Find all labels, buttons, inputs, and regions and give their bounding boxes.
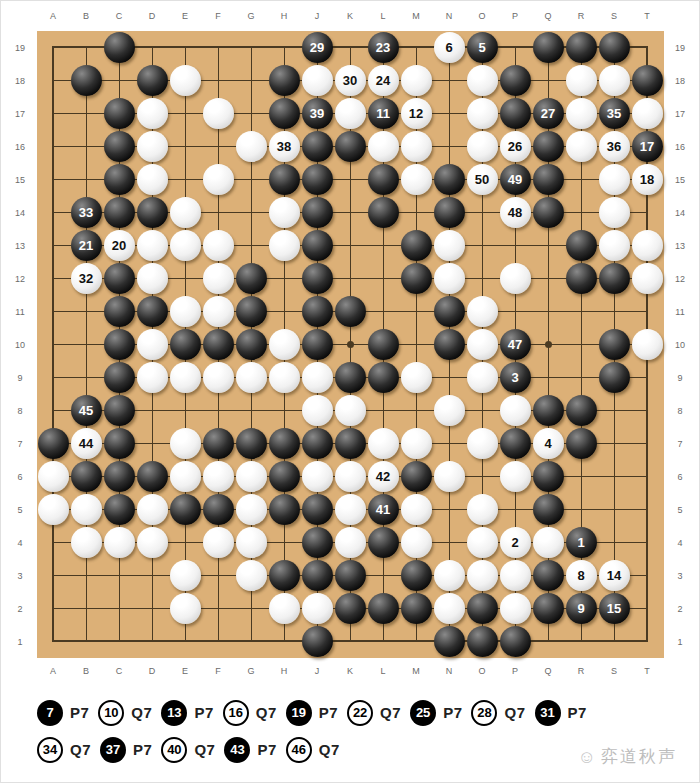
intersection-A16[interactable]: [37, 130, 70, 163]
intersection-R2[interactable]: 9: [565, 592, 598, 625]
intersection-L6[interactable]: 42: [367, 460, 400, 493]
intersection-S17[interactable]: 35: [598, 97, 631, 130]
intersection-S10[interactable]: [598, 328, 631, 361]
intersection-P11[interactable]: [499, 295, 532, 328]
intersection-T10[interactable]: [631, 328, 664, 361]
intersection-D19[interactable]: [136, 31, 169, 64]
intersection-K3[interactable]: [334, 559, 367, 592]
intersection-T5[interactable]: [631, 493, 664, 526]
intersection-H11[interactable]: [268, 295, 301, 328]
intersection-M5[interactable]: [400, 493, 433, 526]
intersection-D2[interactable]: [136, 592, 169, 625]
intersection-A14[interactable]: [37, 196, 70, 229]
intersection-G2[interactable]: [235, 592, 268, 625]
intersection-G13[interactable]: [235, 229, 268, 262]
intersection-S7[interactable]: [598, 427, 631, 460]
intersection-T13[interactable]: [631, 229, 664, 262]
intersection-J1[interactable]: [301, 625, 334, 658]
intersection-J17[interactable]: 39: [301, 97, 334, 130]
intersection-N8[interactable]: [433, 394, 466, 427]
intersection-B6[interactable]: [70, 460, 103, 493]
intersection-H7[interactable]: [268, 427, 301, 460]
intersection-L19[interactable]: 23: [367, 31, 400, 64]
intersection-D1[interactable]: [136, 625, 169, 658]
intersection-T3[interactable]: [631, 559, 664, 592]
intersection-C19[interactable]: [103, 31, 136, 64]
intersection-E17[interactable]: [169, 97, 202, 130]
intersection-D18[interactable]: [136, 64, 169, 97]
intersection-F17[interactable]: [202, 97, 235, 130]
intersection-J13[interactable]: [301, 229, 334, 262]
intersection-D5[interactable]: [136, 493, 169, 526]
intersection-E14[interactable]: [169, 196, 202, 229]
intersection-R16[interactable]: [565, 130, 598, 163]
intersection-N5[interactable]: [433, 493, 466, 526]
intersection-P9[interactable]: 3: [499, 361, 532, 394]
intersection-J9[interactable]: [301, 361, 334, 394]
intersection-N19[interactable]: 6: [433, 31, 466, 64]
intersection-A19[interactable]: [37, 31, 70, 64]
intersection-D17[interactable]: [136, 97, 169, 130]
intersection-R13[interactable]: [565, 229, 598, 262]
intersection-T11[interactable]: [631, 295, 664, 328]
intersection-Q1[interactable]: [532, 625, 565, 658]
intersection-O7[interactable]: [466, 427, 499, 460]
intersection-P15[interactable]: 49: [499, 163, 532, 196]
intersection-J3[interactable]: [301, 559, 334, 592]
intersection-N16[interactable]: [433, 130, 466, 163]
intersection-T7[interactable]: [631, 427, 664, 460]
intersection-M1[interactable]: [400, 625, 433, 658]
intersection-Q11[interactable]: [532, 295, 565, 328]
intersection-N13[interactable]: [433, 229, 466, 262]
intersection-Q12[interactable]: [532, 262, 565, 295]
intersection-J15[interactable]: [301, 163, 334, 196]
intersection-H17[interactable]: [268, 97, 301, 130]
intersection-P14[interactable]: 48: [499, 196, 532, 229]
intersection-H18[interactable]: [268, 64, 301, 97]
intersection-E9[interactable]: [169, 361, 202, 394]
intersection-F2[interactable]: [202, 592, 235, 625]
intersection-S15[interactable]: [598, 163, 631, 196]
intersection-K13[interactable]: [334, 229, 367, 262]
intersection-B14[interactable]: 33: [70, 196, 103, 229]
intersection-L18[interactable]: 24: [367, 64, 400, 97]
intersection-T1[interactable]: [631, 625, 664, 658]
intersection-J2[interactable]: [301, 592, 334, 625]
intersection-C7[interactable]: [103, 427, 136, 460]
intersection-Q15[interactable]: [532, 163, 565, 196]
intersection-E16[interactable]: [169, 130, 202, 163]
intersection-R8[interactable]: [565, 394, 598, 427]
intersection-E15[interactable]: [169, 163, 202, 196]
intersection-A12[interactable]: [37, 262, 70, 295]
intersection-F6[interactable]: [202, 460, 235, 493]
intersection-F4[interactable]: [202, 526, 235, 559]
intersection-A13[interactable]: [37, 229, 70, 262]
intersection-J4[interactable]: [301, 526, 334, 559]
intersection-L14[interactable]: [367, 196, 400, 229]
intersection-D10[interactable]: [136, 328, 169, 361]
intersection-M9[interactable]: [400, 361, 433, 394]
intersection-B19[interactable]: [70, 31, 103, 64]
intersection-R18[interactable]: [565, 64, 598, 97]
intersection-C13[interactable]: 20: [103, 229, 136, 262]
intersection-O11[interactable]: [466, 295, 499, 328]
intersection-H1[interactable]: [268, 625, 301, 658]
intersection-G15[interactable]: [235, 163, 268, 196]
intersection-G1[interactable]: [235, 625, 268, 658]
intersection-K14[interactable]: [334, 196, 367, 229]
intersection-J5[interactable]: [301, 493, 334, 526]
intersection-R14[interactable]: [565, 196, 598, 229]
intersection-Q13[interactable]: [532, 229, 565, 262]
intersection-H12[interactable]: [268, 262, 301, 295]
intersection-K10[interactable]: [334, 328, 367, 361]
intersection-A6[interactable]: [37, 460, 70, 493]
intersection-O4[interactable]: [466, 526, 499, 559]
intersection-L9[interactable]: [367, 361, 400, 394]
intersection-O18[interactable]: [466, 64, 499, 97]
intersection-H5[interactable]: [268, 493, 301, 526]
intersection-C17[interactable]: [103, 97, 136, 130]
intersection-N3[interactable]: [433, 559, 466, 592]
intersection-G14[interactable]: [235, 196, 268, 229]
intersection-O1[interactable]: [466, 625, 499, 658]
intersection-O2[interactable]: [466, 592, 499, 625]
intersection-M7[interactable]: [400, 427, 433, 460]
intersection-K9[interactable]: [334, 361, 367, 394]
intersection-O16[interactable]: [466, 130, 499, 163]
intersection-T4[interactable]: [631, 526, 664, 559]
intersection-K11[interactable]: [334, 295, 367, 328]
intersection-A5[interactable]: [37, 493, 70, 526]
intersection-T12[interactable]: [631, 262, 664, 295]
intersection-M13[interactable]: [400, 229, 433, 262]
intersection-E6[interactable]: [169, 460, 202, 493]
intersection-H16[interactable]: 38: [268, 130, 301, 163]
intersection-N18[interactable]: [433, 64, 466, 97]
intersection-E7[interactable]: [169, 427, 202, 460]
intersection-R10[interactable]: [565, 328, 598, 361]
intersection-G4[interactable]: [235, 526, 268, 559]
intersection-L12[interactable]: [367, 262, 400, 295]
intersection-G9[interactable]: [235, 361, 268, 394]
intersection-R11[interactable]: [565, 295, 598, 328]
intersection-T15[interactable]: 18: [631, 163, 664, 196]
intersection-O17[interactable]: [466, 97, 499, 130]
intersection-A3[interactable]: [37, 559, 70, 592]
intersection-O19[interactable]: 5: [466, 31, 499, 64]
intersection-M4[interactable]: [400, 526, 433, 559]
intersection-E11[interactable]: [169, 295, 202, 328]
intersection-D14[interactable]: [136, 196, 169, 229]
intersection-N11[interactable]: [433, 295, 466, 328]
intersection-D3[interactable]: [136, 559, 169, 592]
intersection-P6[interactable]: [499, 460, 532, 493]
intersection-G19[interactable]: [235, 31, 268, 64]
intersection-G16[interactable]: [235, 130, 268, 163]
intersection-B5[interactable]: [70, 493, 103, 526]
intersection-O3[interactable]: [466, 559, 499, 592]
intersection-H13[interactable]: [268, 229, 301, 262]
intersection-E18[interactable]: [169, 64, 202, 97]
intersection-P18[interactable]: [499, 64, 532, 97]
intersection-S18[interactable]: [598, 64, 631, 97]
intersection-G6[interactable]: [235, 460, 268, 493]
intersection-Q10[interactable]: [532, 328, 565, 361]
intersection-C6[interactable]: [103, 460, 136, 493]
intersection-T19[interactable]: [631, 31, 664, 64]
intersection-E19[interactable]: [169, 31, 202, 64]
intersection-N1[interactable]: [433, 625, 466, 658]
intersection-Q3[interactable]: [532, 559, 565, 592]
intersection-Q7[interactable]: 4: [532, 427, 565, 460]
intersection-K16[interactable]: [334, 130, 367, 163]
intersection-L2[interactable]: [367, 592, 400, 625]
intersection-Q6[interactable]: [532, 460, 565, 493]
intersection-B15[interactable]: [70, 163, 103, 196]
intersection-O12[interactable]: [466, 262, 499, 295]
intersection-N2[interactable]: [433, 592, 466, 625]
intersection-O6[interactable]: [466, 460, 499, 493]
intersection-S19[interactable]: [598, 31, 631, 64]
intersection-S9[interactable]: [598, 361, 631, 394]
intersection-G7[interactable]: [235, 427, 268, 460]
intersection-N12[interactable]: [433, 262, 466, 295]
intersection-N4[interactable]: [433, 526, 466, 559]
intersection-J19[interactable]: 29: [301, 31, 334, 64]
intersection-J7[interactable]: [301, 427, 334, 460]
intersection-S1[interactable]: [598, 625, 631, 658]
intersection-N10[interactable]: [433, 328, 466, 361]
intersection-N9[interactable]: [433, 361, 466, 394]
intersection-C14[interactable]: [103, 196, 136, 229]
intersection-E13[interactable]: [169, 229, 202, 262]
intersection-P13[interactable]: [499, 229, 532, 262]
intersection-M16[interactable]: [400, 130, 433, 163]
intersection-Q19[interactable]: [532, 31, 565, 64]
intersection-M6[interactable]: [400, 460, 433, 493]
intersection-P4[interactable]: 2: [499, 526, 532, 559]
intersection-K4[interactable]: [334, 526, 367, 559]
intersection-L10[interactable]: [367, 328, 400, 361]
intersection-C3[interactable]: [103, 559, 136, 592]
intersection-T9[interactable]: [631, 361, 664, 394]
intersection-C12[interactable]: [103, 262, 136, 295]
intersection-G17[interactable]: [235, 97, 268, 130]
intersection-B11[interactable]: [70, 295, 103, 328]
intersection-B3[interactable]: [70, 559, 103, 592]
intersection-C4[interactable]: [103, 526, 136, 559]
intersection-S5[interactable]: [598, 493, 631, 526]
intersection-L16[interactable]: [367, 130, 400, 163]
intersection-S12[interactable]: [598, 262, 631, 295]
intersection-C5[interactable]: [103, 493, 136, 526]
intersection-K17[interactable]: [334, 97, 367, 130]
intersection-G11[interactable]: [235, 295, 268, 328]
intersection-L7[interactable]: [367, 427, 400, 460]
intersection-L1[interactable]: [367, 625, 400, 658]
intersection-Q4[interactable]: [532, 526, 565, 559]
intersection-F19[interactable]: [202, 31, 235, 64]
intersection-K2[interactable]: [334, 592, 367, 625]
intersection-G10[interactable]: [235, 328, 268, 361]
intersection-A7[interactable]: [37, 427, 70, 460]
intersection-P17[interactable]: [499, 97, 532, 130]
intersection-H19[interactable]: [268, 31, 301, 64]
intersection-B17[interactable]: [70, 97, 103, 130]
intersection-M18[interactable]: [400, 64, 433, 97]
intersection-A11[interactable]: [37, 295, 70, 328]
intersection-F13[interactable]: [202, 229, 235, 262]
intersection-M14[interactable]: [400, 196, 433, 229]
intersection-F1[interactable]: [202, 625, 235, 658]
intersection-D9[interactable]: [136, 361, 169, 394]
intersection-O14[interactable]: [466, 196, 499, 229]
intersection-G8[interactable]: [235, 394, 268, 427]
intersection-R15[interactable]: [565, 163, 598, 196]
intersection-D8[interactable]: [136, 394, 169, 427]
intersection-R1[interactable]: [565, 625, 598, 658]
intersection-E2[interactable]: [169, 592, 202, 625]
intersection-Q16[interactable]: [532, 130, 565, 163]
intersection-J12[interactable]: [301, 262, 334, 295]
intersection-B4[interactable]: [70, 526, 103, 559]
intersection-E12[interactable]: [169, 262, 202, 295]
intersection-L15[interactable]: [367, 163, 400, 196]
intersection-R3[interactable]: 8: [565, 559, 598, 592]
intersection-F12[interactable]: [202, 262, 235, 295]
intersection-B10[interactable]: [70, 328, 103, 361]
intersection-P3[interactable]: [499, 559, 532, 592]
intersection-H10[interactable]: [268, 328, 301, 361]
intersection-Q9[interactable]: [532, 361, 565, 394]
intersection-S6[interactable]: [598, 460, 631, 493]
intersection-O5[interactable]: [466, 493, 499, 526]
intersection-S8[interactable]: [598, 394, 631, 427]
intersection-S2[interactable]: 15: [598, 592, 631, 625]
intersection-Q2[interactable]: [532, 592, 565, 625]
intersection-O8[interactable]: [466, 394, 499, 427]
intersection-S13[interactable]: [598, 229, 631, 262]
intersection-A17[interactable]: [37, 97, 70, 130]
intersection-R4[interactable]: 1: [565, 526, 598, 559]
intersection-T16[interactable]: 17: [631, 130, 664, 163]
intersection-C1[interactable]: [103, 625, 136, 658]
intersection-A2[interactable]: [37, 592, 70, 625]
intersection-R17[interactable]: [565, 97, 598, 130]
intersection-Q5[interactable]: [532, 493, 565, 526]
intersection-B9[interactable]: [70, 361, 103, 394]
intersection-B8[interactable]: 45: [70, 394, 103, 427]
intersection-K8[interactable]: [334, 394, 367, 427]
intersection-P8[interactable]: [499, 394, 532, 427]
intersection-P1[interactable]: [499, 625, 532, 658]
intersection-E1[interactable]: [169, 625, 202, 658]
intersection-L17[interactable]: 11: [367, 97, 400, 130]
intersection-N6[interactable]: [433, 460, 466, 493]
intersection-R7[interactable]: [565, 427, 598, 460]
intersection-P2[interactable]: [499, 592, 532, 625]
intersection-A18[interactable]: [37, 64, 70, 97]
intersection-F10[interactable]: [202, 328, 235, 361]
intersection-T14[interactable]: [631, 196, 664, 229]
intersection-H15[interactable]: [268, 163, 301, 196]
intersection-C11[interactable]: [103, 295, 136, 328]
intersection-G18[interactable]: [235, 64, 268, 97]
intersection-H2[interactable]: [268, 592, 301, 625]
intersection-Q14[interactable]: [532, 196, 565, 229]
intersection-L8[interactable]: [367, 394, 400, 427]
intersection-A10[interactable]: [37, 328, 70, 361]
intersection-M11[interactable]: [400, 295, 433, 328]
intersection-P7[interactable]: [499, 427, 532, 460]
intersection-P16[interactable]: 26: [499, 130, 532, 163]
intersection-L4[interactable]: [367, 526, 400, 559]
intersection-M19[interactable]: [400, 31, 433, 64]
intersection-D6[interactable]: [136, 460, 169, 493]
intersection-Q8[interactable]: [532, 394, 565, 427]
intersection-D12[interactable]: [136, 262, 169, 295]
intersection-D15[interactable]: [136, 163, 169, 196]
intersection-F14[interactable]: [202, 196, 235, 229]
intersection-F15[interactable]: [202, 163, 235, 196]
intersection-R9[interactable]: [565, 361, 598, 394]
intersection-J11[interactable]: [301, 295, 334, 328]
intersection-K5[interactable]: [334, 493, 367, 526]
intersection-F8[interactable]: [202, 394, 235, 427]
intersection-C8[interactable]: [103, 394, 136, 427]
intersection-G3[interactable]: [235, 559, 268, 592]
intersection-M8[interactable]: [400, 394, 433, 427]
intersection-R5[interactable]: [565, 493, 598, 526]
intersection-K12[interactable]: [334, 262, 367, 295]
intersection-C15[interactable]: [103, 163, 136, 196]
intersection-H9[interactable]: [268, 361, 301, 394]
intersection-O10[interactable]: [466, 328, 499, 361]
intersection-M17[interactable]: 12: [400, 97, 433, 130]
intersection-Q17[interactable]: 27: [532, 97, 565, 130]
intersection-E3[interactable]: [169, 559, 202, 592]
intersection-P12[interactable]: [499, 262, 532, 295]
intersection-J18[interactable]: [301, 64, 334, 97]
intersection-O15[interactable]: 50: [466, 163, 499, 196]
intersection-D13[interactable]: [136, 229, 169, 262]
intersection-H4[interactable]: [268, 526, 301, 559]
intersection-B7[interactable]: 44: [70, 427, 103, 460]
intersection-H8[interactable]: [268, 394, 301, 427]
intersection-M2[interactable]: [400, 592, 433, 625]
intersection-L5[interactable]: 41: [367, 493, 400, 526]
intersection-L11[interactable]: [367, 295, 400, 328]
intersection-L13[interactable]: [367, 229, 400, 262]
intersection-D7[interactable]: [136, 427, 169, 460]
intersection-Q18[interactable]: [532, 64, 565, 97]
intersection-K6[interactable]: [334, 460, 367, 493]
intersection-K7[interactable]: [334, 427, 367, 460]
intersection-F18[interactable]: [202, 64, 235, 97]
intersection-T2[interactable]: [631, 592, 664, 625]
intersection-A9[interactable]: [37, 361, 70, 394]
intersection-A8[interactable]: [37, 394, 70, 427]
intersection-S16[interactable]: 36: [598, 130, 631, 163]
intersection-F9[interactable]: [202, 361, 235, 394]
intersection-R19[interactable]: [565, 31, 598, 64]
intersection-F7[interactable]: [202, 427, 235, 460]
intersection-C10[interactable]: [103, 328, 136, 361]
intersection-L3[interactable]: [367, 559, 400, 592]
